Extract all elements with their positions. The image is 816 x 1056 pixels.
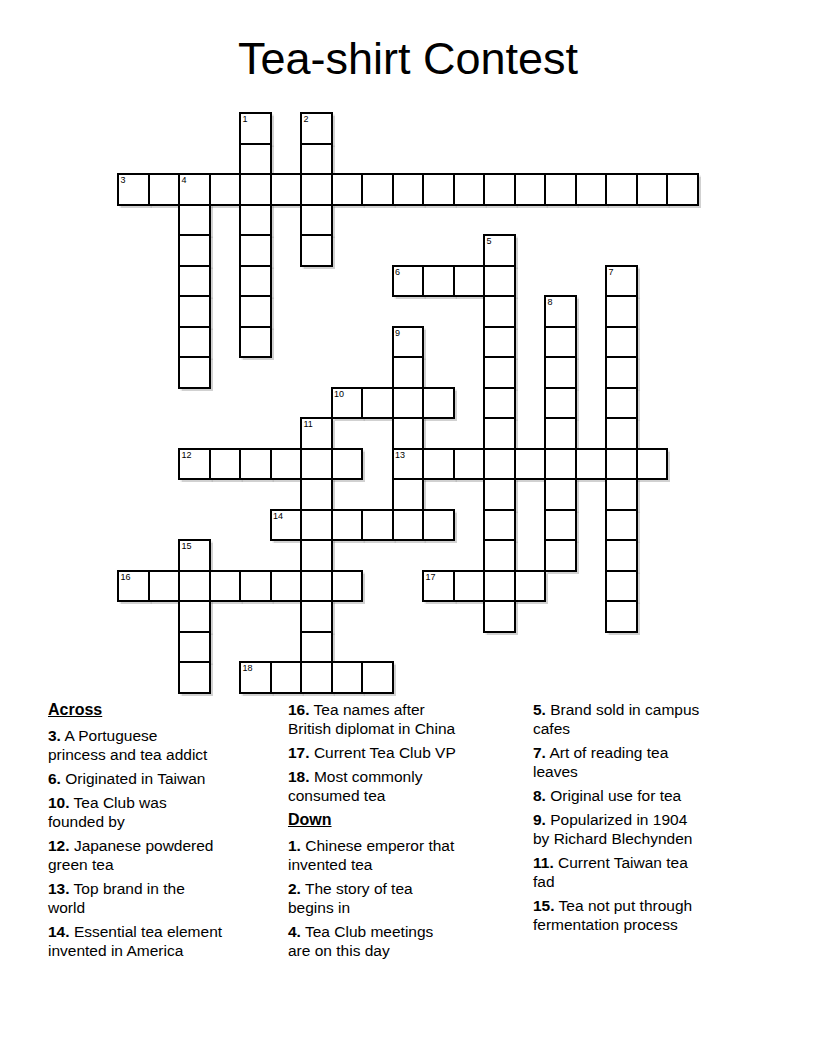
grid-cell[interactable] [483, 600, 516, 633]
clue-text: Essential tea element invented in Americ… [48, 923, 222, 959]
clue-number-label: 15 [182, 541, 192, 551]
clue-number: 15. [533, 897, 555, 914]
grid-cell[interactable] [178, 570, 211, 603]
clue-item-across-17: 17. Current Tea Club VP [288, 743, 531, 762]
grid-cell[interactable] [178, 295, 211, 328]
grid-cell[interactable] [331, 661, 364, 694]
grid-cell[interactable] [514, 570, 547, 603]
grid-cell[interactable]: 1 [239, 112, 272, 145]
grid-cell[interactable] [544, 173, 577, 206]
grid-cell[interactable] [453, 265, 486, 298]
grid-cell[interactable]: 11 [300, 417, 333, 450]
grid-cell[interactable] [544, 478, 577, 511]
clue-item-down-5: 5. Brand sold in campus cafes [533, 700, 813, 738]
grid-cell[interactable] [300, 600, 333, 633]
clue-item-across-3: 3. A Portuguese princess and tea addict [48, 726, 286, 764]
grid-cell[interactable] [605, 509, 638, 542]
grid-cell[interactable] [300, 234, 333, 267]
clue-item-down-9: 9. Popularized in 1904 by Richard Blechy… [533, 810, 813, 848]
grid-cell[interactable] [483, 539, 516, 572]
grid-cell[interactable] [483, 387, 516, 420]
grid-cell[interactable] [605, 387, 638, 420]
clue-item-across-18: 18. Most commonly consumed tea [288, 767, 531, 805]
grid-cell[interactable] [300, 478, 333, 511]
clue-number-label: 14 [273, 511, 283, 521]
grid-cell[interactable] [514, 173, 547, 206]
clue-number-label: 11 [304, 419, 313, 429]
clue-number: 1. [288, 837, 301, 854]
grid-cell[interactable] [483, 356, 516, 389]
grid-cell[interactable] [148, 570, 181, 603]
grid-cell[interactable] [361, 173, 394, 206]
grid-cell[interactable] [300, 631, 333, 664]
grid-cell[interactable] [392, 356, 425, 389]
grid-cell[interactable] [209, 173, 242, 206]
grid-cell[interactable]: 3 [117, 173, 150, 206]
grid-cell[interactable] [270, 661, 303, 694]
grid-cell[interactable] [605, 600, 638, 633]
grid-cell[interactable] [453, 448, 486, 481]
grid-cell[interactable] [422, 509, 455, 542]
clue-text: Originated in Taiwan [65, 770, 205, 787]
grid-cell[interactable] [666, 173, 699, 206]
grid-cell[interactable] [178, 326, 211, 359]
grid-cell[interactable] [544, 539, 577, 572]
clue-number: 9. [533, 811, 546, 828]
clue-number: 3. [48, 727, 61, 744]
clue-text: Brand sold in campus cafes [533, 701, 699, 737]
grid-cell[interactable] [361, 661, 394, 694]
grid-cell[interactable] [483, 570, 516, 603]
grid-cell[interactable] [300, 173, 333, 206]
grid-cell[interactable] [239, 143, 272, 176]
puzzle-title: Tea-shirt Contest [0, 33, 816, 85]
grid-cell[interactable] [239, 295, 272, 328]
grid-cell[interactable] [636, 448, 669, 481]
grid-cell[interactable] [178, 661, 211, 694]
grid-cell[interactable] [270, 448, 303, 481]
clue-number: 17. [288, 744, 310, 761]
grid-cell[interactable]: 10 [331, 387, 364, 420]
clue-text: Popularized in 1904 by Richard Blechynde… [533, 811, 692, 847]
clue-text: Current Tea Club VP [314, 744, 456, 761]
clue-number-label: 1 [243, 114, 248, 124]
clue-item-across-12: 12. Japanese powdered green tea [48, 836, 286, 874]
down-heading: Down [288, 810, 531, 829]
grid-cell[interactable] [178, 631, 211, 664]
grid-cell[interactable] [331, 509, 364, 542]
grid-cell[interactable]: 7 [605, 265, 638, 298]
grid-cell[interactable] [605, 478, 638, 511]
grid-cell[interactable] [453, 570, 486, 603]
grid-cell[interactable] [331, 448, 364, 481]
grid-cell[interactable] [605, 448, 638, 481]
grid-cell[interactable] [605, 417, 638, 450]
grid-cell[interactable] [178, 265, 211, 298]
grid-cell[interactable] [605, 356, 638, 389]
clue-number: 10. [48, 794, 70, 811]
grid-cell[interactable] [483, 509, 516, 542]
grid-cell[interactable] [361, 509, 394, 542]
grid-cell[interactable] [300, 143, 333, 176]
clue-text: Original use for tea [550, 787, 681, 804]
grid-cell[interactable] [300, 448, 333, 481]
grid-cell[interactable] [239, 326, 272, 359]
clue-item-down-1: 1. Chinese emperor that invented tea [288, 836, 531, 874]
clue-number: 16. [288, 701, 310, 718]
grid-cell[interactable] [483, 265, 516, 298]
grid-cell[interactable] [483, 173, 516, 206]
grid-cell[interactable] [392, 478, 425, 511]
grid-cell[interactable] [392, 509, 425, 542]
clue-number: 12. [48, 837, 70, 854]
grid-cell[interactable] [483, 326, 516, 359]
crossword-page: Tea-shirt Contest 1234567891011121314151… [0, 0, 816, 1056]
grid-cell[interactable] [392, 417, 425, 450]
grid-cell[interactable]: 15 [178, 539, 211, 572]
grid-cell[interactable] [544, 417, 577, 450]
grid-cell[interactable]: 8 [544, 295, 577, 328]
grid-cell[interactable] [422, 448, 455, 481]
clue-text: Tea Club meetings are on this day [288, 923, 433, 959]
grid-cell[interactable] [270, 570, 303, 603]
across-heading: Across [48, 700, 286, 719]
grid-cell[interactable] [148, 173, 181, 206]
clue-item-down-4: 4. Tea Club meetings are on this day [288, 922, 531, 960]
grid-cell[interactable] [239, 570, 272, 603]
clue-number: 18. [288, 768, 310, 785]
clue-number-label: 9 [395, 328, 400, 338]
grid-cell[interactable]: 9 [392, 326, 425, 359]
clue-number-label: 10 [334, 389, 344, 399]
grid-cell[interactable]: 18 [239, 661, 272, 694]
clue-number-label: 16 [121, 572, 131, 582]
clue-item-across-13: 13. Top brand in the world [48, 879, 286, 917]
clue-number: 4. [288, 923, 301, 940]
grid-cell[interactable] [331, 173, 364, 206]
grid-cell[interactable] [361, 387, 394, 420]
clue-number-label: 13 [395, 450, 405, 460]
clue-number-label: 18 [243, 663, 253, 673]
clue-text: Chinese emperor that invented tea [288, 837, 454, 873]
grid-cell[interactable] [605, 326, 638, 359]
clue-number: 13. [48, 880, 70, 897]
clue-number: 14. [48, 923, 70, 940]
grid-cell[interactable] [544, 387, 577, 420]
grid-cell[interactable] [453, 173, 486, 206]
clue-number-label: 3 [121, 175, 126, 185]
grid-cell[interactable]: 4 [178, 173, 211, 206]
clue-number-label: 6 [395, 267, 400, 277]
grid-cell[interactable] [483, 478, 516, 511]
grid-cell[interactable]: 2 [300, 112, 333, 145]
clue-text: Art of reading tea leaves [533, 744, 668, 780]
grid-cell[interactable] [300, 661, 333, 694]
clue-item-down-7: 7. Art of reading tea leaves [533, 743, 813, 781]
grid-cell[interactable]: 13 [392, 448, 425, 481]
grid-cell[interactable]: 6 [392, 265, 425, 298]
grid-cell[interactable] [270, 173, 303, 206]
grid-cell[interactable]: 5 [483, 234, 516, 267]
clue-item-across-14: 14. Essential tea element invented in Am… [48, 922, 286, 960]
clue-item-down-2: 2. The story of tea begins in [288, 879, 531, 917]
grid-cell[interactable] [392, 387, 425, 420]
clue-number: 8. [533, 787, 546, 804]
grid-cell[interactable] [239, 265, 272, 298]
clue-number-label: 7 [609, 267, 614, 277]
clue-item-across-10: 10. Tea Club was founded by [48, 793, 286, 831]
grid-cell[interactable] [300, 570, 333, 603]
clues-column-3: 5. Brand sold in campus cafes7. Art of r… [533, 700, 813, 939]
grid-cell[interactable] [483, 295, 516, 328]
grid-cell[interactable] [483, 448, 516, 481]
grid-cell[interactable] [605, 570, 638, 603]
grid-cell[interactable] [514, 448, 547, 481]
grid-cell[interactable]: 16 [117, 570, 150, 603]
grid-cell[interactable] [239, 234, 272, 267]
grid-cell[interactable] [209, 570, 242, 603]
grid-cell[interactable] [392, 173, 425, 206]
grid-cell[interactable] [605, 295, 638, 328]
grid-cell[interactable]: 17 [422, 570, 455, 603]
clue-number-label: 2 [304, 114, 309, 124]
clue-item-down-15: 15. Tea not put through fermentation pro… [533, 896, 813, 934]
clue-item-across-16: 16. Tea names after British diplomat in … [288, 700, 531, 738]
clue-number: 2. [288, 880, 301, 897]
grid-cell[interactable] [544, 356, 577, 389]
grid-cell[interactable] [300, 509, 333, 542]
clue-number-label: 12 [182, 450, 192, 460]
grid-cell[interactable] [422, 387, 455, 420]
grid-cell[interactable] [300, 204, 333, 237]
grid-cell[interactable]: 12 [178, 448, 211, 481]
clue-text: The story of tea begins in [288, 880, 413, 916]
grid-cell[interactable] [544, 509, 577, 542]
clue-item-across-6: 6. Originated in Taiwan [48, 769, 286, 788]
clue-text: A Portuguese princess and tea addict [48, 727, 207, 763]
grid-cell[interactable] [239, 448, 272, 481]
clue-number-label: 4 [182, 175, 187, 185]
grid-cell[interactable] [178, 600, 211, 633]
grid-cell[interactable] [331, 570, 364, 603]
clue-number: 11. [533, 854, 554, 871]
clue-item-down-11: 11. Current Taiwan tea fad [533, 853, 813, 891]
clue-number: 5. [533, 701, 546, 718]
clue-number-label: 17 [426, 572, 436, 582]
grid-cell[interactable] [239, 173, 272, 206]
grid-cell[interactable] [422, 265, 455, 298]
clue-number: 6. [48, 770, 61, 787]
clues-column-1: Across3. A Portuguese princess and tea a… [48, 700, 286, 965]
clue-number-label: 5 [487, 236, 492, 246]
grid-cell[interactable]: 14 [270, 509, 303, 542]
grid-cell[interactable] [178, 356, 211, 389]
grid-cell[interactable] [575, 173, 608, 206]
clue-number-label: 8 [548, 297, 553, 307]
clue-text: Current Taiwan tea fad [533, 854, 688, 890]
grid-cell[interactable] [300, 539, 333, 572]
clue-text: Tea names after British diplomat in Chin… [288, 701, 455, 737]
grid-cell[interactable] [209, 448, 242, 481]
grid-cell[interactable] [178, 234, 211, 267]
clue-text: Tea not put through fermentation process [533, 897, 692, 933]
grid-cell[interactable] [544, 326, 577, 359]
clue-text: Japanese powdered green tea [48, 837, 213, 873]
grid-cell[interactable] [178, 204, 211, 237]
grid-cell[interactable] [422, 173, 455, 206]
clue-item-down-8: 8. Original use for tea [533, 786, 813, 805]
clues-column-2: 16. Tea names after British diplomat in … [288, 700, 531, 965]
grid-cell[interactable] [483, 417, 516, 450]
grid-cell[interactable] [239, 204, 272, 237]
grid-cell[interactable] [544, 448, 577, 481]
grid-cell[interactable] [605, 539, 638, 572]
grid-cell[interactable] [575, 448, 608, 481]
crossword-grid: 123456789101112131415161718 [117, 112, 699, 694]
grid-cell[interactable] [636, 173, 669, 206]
clue-number: 7. [533, 744, 546, 761]
grid-cell[interactable] [605, 173, 638, 206]
